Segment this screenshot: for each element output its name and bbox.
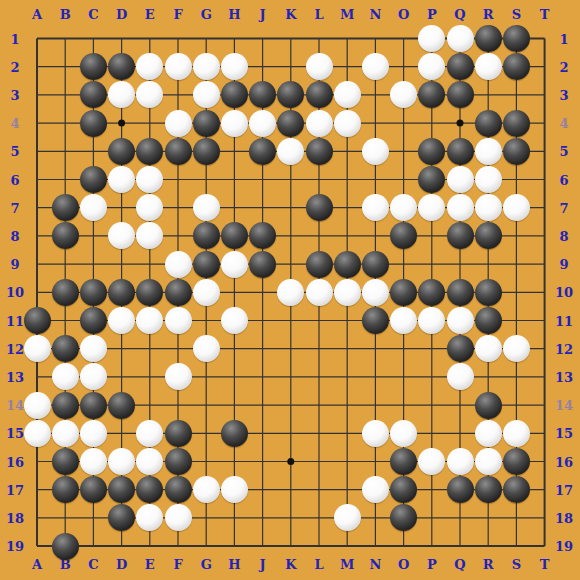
black-stone[interactable]: ● [193, 251, 220, 278]
white-stone[interactable]: ○ [362, 194, 389, 221]
white-stone[interactable]: ○ [24, 420, 51, 447]
white-stone[interactable]: ○ [80, 194, 107, 221]
white-stone[interactable]: ○ [475, 166, 502, 193]
black-stone[interactable]: ● [475, 279, 502, 306]
white-stone[interactable]: ○ [165, 504, 192, 531]
white-stone[interactable]: ○ [475, 138, 502, 165]
black-stone[interactable]: ● [80, 307, 107, 334]
black-stone[interactable]: ● [306, 194, 333, 221]
row-label-left-18: 18 [6, 510, 24, 525]
row-label-left-14: 14 [6, 398, 24, 413]
white-stone[interactable]: ○ [447, 166, 474, 193]
col-label-bottom-J: J [260, 557, 266, 572]
star-point-icon [287, 458, 294, 465]
row-label-right-4: 4 [559, 116, 568, 131]
white-stone[interactable]: ○ [475, 420, 502, 447]
black-stone[interactable]: ● [503, 110, 530, 137]
black-stone[interactable]: ● [52, 222, 79, 249]
star-point-icon [457, 120, 464, 127]
col-label-bottom-N: N [369, 557, 381, 572]
white-stone[interactable]: ○ [475, 194, 502, 221]
white-stone[interactable]: ○ [306, 279, 333, 306]
black-stone[interactable]: ● [447, 53, 474, 80]
col-label-top-B: B [60, 7, 71, 22]
col-label-bottom-E: E [145, 557, 155, 572]
black-stone[interactable]: ● [80, 476, 107, 503]
black-stone[interactable]: ● [80, 53, 107, 80]
white-stone[interactable]: ○ [193, 335, 220, 362]
row-label-right-14: 14 [555, 398, 573, 413]
go-board[interactable]: AABBCCDDEEFFGGHHJJKKLLMMNNOOPPQQRRSSTT11… [0, 0, 580, 580]
row-label-left-19: 19 [6, 539, 24, 554]
black-stone[interactable]: ● [80, 166, 107, 193]
row-label-left-15: 15 [6, 426, 24, 441]
black-stone[interactable]: ● [475, 222, 502, 249]
black-stone[interactable]: ● [475, 307, 502, 334]
col-label-bottom-H: H [228, 557, 240, 572]
white-stone[interactable]: ○ [447, 307, 474, 334]
col-label-bottom-G: G [201, 557, 212, 572]
white-stone[interactable]: ○ [108, 166, 135, 193]
black-stone[interactable]: ● [165, 138, 192, 165]
white-stone[interactable]: ○ [447, 25, 474, 52]
row-label-right-10: 10 [555, 285, 573, 300]
black-stone[interactable]: ● [24, 307, 51, 334]
black-stone[interactable]: ● [136, 279, 163, 306]
row-label-left-7: 7 [10, 200, 19, 215]
row-label-right-2: 2 [559, 59, 568, 74]
white-stone[interactable]: ○ [165, 53, 192, 80]
row-label-right-7: 7 [559, 200, 568, 215]
col-label-bottom-M: M [340, 557, 354, 572]
col-label-bottom-O: O [398, 557, 409, 572]
black-stone[interactable]: ● [52, 335, 79, 362]
col-label-bottom-L: L [314, 557, 323, 572]
black-stone[interactable]: ● [165, 448, 192, 475]
white-stone[interactable]: ○ [221, 110, 248, 137]
black-stone[interactable]: ● [165, 476, 192, 503]
row-label-left-4: 4 [10, 116, 19, 131]
white-stone[interactable]: ○ [475, 335, 502, 362]
black-stone[interactable]: ● [475, 110, 502, 137]
white-stone[interactable]: ○ [193, 476, 220, 503]
black-stone[interactable]: ● [390, 279, 417, 306]
black-stone[interactable]: ● [277, 110, 304, 137]
white-stone[interactable]: ○ [503, 420, 530, 447]
white-stone[interactable]: ○ [221, 53, 248, 80]
black-stone[interactable]: ● [306, 138, 333, 165]
white-stone[interactable]: ○ [362, 476, 389, 503]
col-label-top-D: D [116, 7, 127, 22]
black-stone[interactable]: ● [447, 222, 474, 249]
black-stone[interactable]: ● [221, 420, 248, 447]
row-label-left-1: 1 [10, 31, 19, 46]
col-label-top-R: R [483, 7, 494, 22]
col-label-top-K: K [285, 7, 296, 22]
white-stone[interactable]: ○ [503, 194, 530, 221]
black-stone[interactable]: ● [306, 251, 333, 278]
black-stone[interactable]: ● [193, 138, 220, 165]
row-label-right-17: 17 [555, 482, 573, 497]
row-label-left-10: 10 [6, 285, 24, 300]
black-stone[interactable]: ● [475, 392, 502, 419]
row-label-right-6: 6 [559, 172, 568, 187]
black-stone[interactable]: ● [193, 110, 220, 137]
white-stone[interactable]: ○ [165, 363, 192, 390]
black-stone[interactable]: ● [334, 251, 361, 278]
white-stone[interactable]: ○ [108, 448, 135, 475]
black-stone[interactable]: ● [80, 110, 107, 137]
col-label-top-G: G [201, 7, 212, 22]
col-label-bottom-Q: Q [454, 557, 465, 572]
black-stone[interactable]: ● [52, 533, 79, 560]
black-stone[interactable]: ● [52, 279, 79, 306]
black-stone[interactable]: ● [80, 392, 107, 419]
row-label-left-6: 6 [10, 172, 19, 187]
white-stone[interactable]: ○ [334, 81, 361, 108]
col-label-top-O: O [398, 7, 409, 22]
white-stone[interactable]: ○ [24, 335, 51, 362]
col-label-bottom-T: T [540, 557, 550, 572]
black-stone[interactable]: ● [249, 251, 276, 278]
col-label-top-H: H [228, 7, 240, 22]
col-label-bottom-D: D [116, 557, 127, 572]
col-label-top-N: N [369, 7, 381, 22]
white-stone[interactable]: ○ [108, 307, 135, 334]
white-stone[interactable]: ○ [193, 53, 220, 80]
white-stone[interactable]: ○ [277, 138, 304, 165]
row-label-right-13: 13 [555, 369, 573, 384]
white-stone[interactable]: ○ [306, 53, 333, 80]
white-stone[interactable]: ○ [362, 53, 389, 80]
row-label-right-1: 1 [559, 31, 568, 46]
white-stone[interactable]: ○ [362, 420, 389, 447]
black-stone[interactable]: ● [80, 279, 107, 306]
black-stone[interactable]: ● [108, 279, 135, 306]
black-stone[interactable]: ● [503, 138, 530, 165]
row-label-right-11: 11 [555, 313, 573, 328]
col-label-top-F: F [173, 7, 182, 22]
white-stone[interactable]: ○ [165, 307, 192, 334]
col-label-top-A: A [32, 7, 42, 22]
white-stone[interactable]: ○ [24, 392, 51, 419]
black-stone[interactable]: ● [52, 476, 79, 503]
black-stone[interactable]: ● [447, 335, 474, 362]
row-label-right-5: 5 [559, 144, 568, 159]
col-label-bottom-A: A [32, 557, 42, 572]
white-stone[interactable]: ○ [221, 251, 248, 278]
black-stone[interactable]: ● [475, 476, 502, 503]
col-label-top-T: T [540, 7, 550, 22]
black-stone[interactable]: ● [447, 81, 474, 108]
white-stone[interactable]: ○ [390, 420, 417, 447]
row-label-left-12: 12 [6, 341, 24, 356]
black-stone[interactable]: ● [418, 279, 445, 306]
white-stone[interactable]: ○ [503, 335, 530, 362]
black-stone[interactable]: ● [108, 138, 135, 165]
col-label-bottom-C: C [88, 557, 98, 572]
white-stone[interactable]: ○ [390, 307, 417, 334]
white-stone[interactable]: ○ [447, 363, 474, 390]
white-stone[interactable]: ○ [334, 279, 361, 306]
white-stone[interactable]: ○ [80, 335, 107, 362]
black-stone[interactable]: ● [52, 392, 79, 419]
black-stone[interactable]: ● [52, 448, 79, 475]
col-label-top-C: C [88, 7, 98, 22]
white-stone[interactable]: ○ [306, 110, 333, 137]
col-label-top-S: S [512, 7, 521, 22]
row-label-left-5: 5 [10, 144, 19, 159]
col-label-top-L: L [314, 7, 323, 22]
white-stone[interactable]: ○ [52, 363, 79, 390]
black-stone[interactable]: ● [165, 420, 192, 447]
col-label-top-J: J [260, 7, 266, 22]
white-stone[interactable]: ○ [193, 194, 220, 221]
black-stone[interactable]: ● [503, 53, 530, 80]
white-stone[interactable]: ○ [52, 420, 79, 447]
row-label-left-9: 9 [10, 257, 19, 272]
black-stone[interactable]: ● [503, 25, 530, 52]
col-label-top-M: M [340, 7, 354, 22]
white-stone[interactable]: ○ [475, 448, 502, 475]
row-label-left-11: 11 [6, 313, 24, 328]
white-stone[interactable]: ○ [475, 53, 502, 80]
white-stone[interactable]: ○ [447, 448, 474, 475]
black-stone[interactable]: ● [390, 448, 417, 475]
white-stone[interactable]: ○ [165, 110, 192, 137]
black-stone[interactable]: ● [249, 138, 276, 165]
black-stone[interactable]: ● [136, 138, 163, 165]
col-label-top-P: P [427, 7, 437, 22]
col-label-bottom-F: F [173, 557, 182, 572]
black-stone[interactable]: ● [108, 392, 135, 419]
row-label-right-16: 16 [555, 454, 573, 469]
white-stone[interactable]: ○ [80, 448, 107, 475]
black-stone[interactable]: ● [193, 222, 220, 249]
black-stone[interactable]: ● [475, 25, 502, 52]
white-stone[interactable]: ○ [193, 279, 220, 306]
black-stone[interactable]: ● [447, 138, 474, 165]
row-label-right-3: 3 [559, 87, 568, 102]
white-stone[interactable]: ○ [334, 504, 361, 531]
white-stone[interactable]: ○ [80, 420, 107, 447]
white-stone[interactable]: ○ [165, 251, 192, 278]
white-stone[interactable]: ○ [193, 81, 220, 108]
row-label-right-19: 19 [555, 539, 573, 554]
black-stone[interactable]: ● [362, 251, 389, 278]
row-label-left-16: 16 [6, 454, 24, 469]
row-label-left-2: 2 [10, 59, 19, 74]
row-label-left-17: 17 [6, 482, 24, 497]
black-stone[interactable]: ● [447, 279, 474, 306]
black-stone[interactable]: ● [362, 307, 389, 334]
black-stone[interactable]: ● [418, 138, 445, 165]
row-label-right-12: 12 [555, 341, 573, 356]
white-stone[interactable]: ○ [447, 194, 474, 221]
white-stone[interactable]: ○ [221, 307, 248, 334]
black-stone[interactable]: ● [52, 194, 79, 221]
black-stone[interactable]: ● [165, 279, 192, 306]
col-label-bottom-R: R [483, 557, 494, 572]
white-stone[interactable]: ○ [221, 476, 248, 503]
star-point-icon [118, 120, 125, 127]
row-label-left-13: 13 [6, 369, 24, 384]
black-stone[interactable]: ● [447, 476, 474, 503]
row-label-right-8: 8 [559, 228, 568, 243]
white-stone[interactable]: ○ [277, 279, 304, 306]
row-label-right-15: 15 [555, 426, 573, 441]
white-stone[interactable]: ○ [334, 110, 361, 137]
row-label-left-8: 8 [10, 228, 19, 243]
black-stone[interactable]: ● [503, 448, 530, 475]
col-label-bottom-P: P [427, 557, 437, 572]
row-label-right-9: 9 [559, 257, 568, 272]
row-label-right-18: 18 [555, 510, 573, 525]
col-label-bottom-K: K [285, 557, 296, 572]
col-label-top-E: E [145, 7, 155, 22]
black-stone[interactable]: ● [306, 81, 333, 108]
white-stone[interactable]: ○ [136, 420, 163, 447]
row-label-left-3: 3 [10, 87, 19, 102]
col-label-bottom-S: S [512, 557, 521, 572]
col-label-top-Q: Q [454, 7, 465, 22]
white-stone[interactable]: ○ [249, 110, 276, 137]
white-stone[interactable]: ○ [362, 138, 389, 165]
black-stone[interactable]: ● [503, 476, 530, 503]
white-stone[interactable]: ○ [362, 279, 389, 306]
